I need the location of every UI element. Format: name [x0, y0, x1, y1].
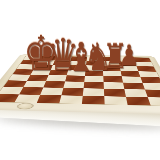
board-square — [37, 95, 62, 104]
board-square — [59, 95, 83, 104]
board-border — [0, 54, 160, 114]
maker-medallion-icon — [15, 103, 34, 110]
product-photo-scene: ♚♛♝♞♜♟ — [0, 0, 160, 160]
chess-board — [0, 54, 160, 114]
board-square — [104, 96, 127, 105]
board-square — [82, 96, 105, 105]
board-grid — [0, 56, 160, 107]
board-square — [148, 97, 160, 106]
